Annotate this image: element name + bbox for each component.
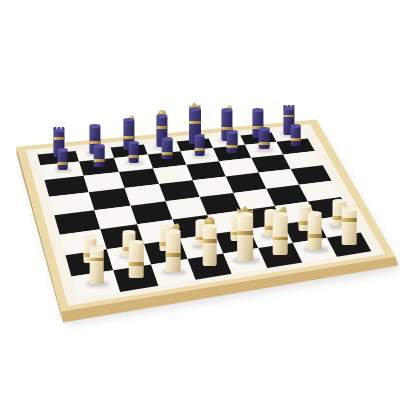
gold-band: [290, 138, 301, 141]
piece-body: [290, 126, 301, 146]
piece-body: [94, 146, 105, 166]
piece-top-cap: [227, 130, 238, 134]
piece-body: [129, 242, 144, 278]
gold-band: [202, 239, 217, 243]
product-photo-scene: ♜♞♝♛♚♝♞♜♟♟♟♟♟♟♟♟♙♙♙♙♙♙♙♙♖♘♗♕♔♗♘♖: [0, 0, 400, 400]
gold-band: [194, 148, 205, 151]
gold-band: [89, 258, 104, 262]
gold-band: [166, 253, 181, 257]
piece-top-cap: [194, 134, 205, 138]
gold-band: [188, 121, 200, 124]
piece-top-cap: [89, 247, 104, 252]
gold-band: [57, 162, 68, 165]
piece-top-cap: [237, 212, 253, 217]
piece-body: [89, 249, 104, 284]
gold-band: [342, 218, 357, 222]
gold-band: [53, 137, 64, 140]
piece-body: [57, 150, 68, 170]
piece-top-cap: [253, 108, 264, 112]
piece-top-cap: [259, 127, 270, 131]
piece-body: [237, 215, 253, 261]
piece-body: [227, 132, 238, 152]
piece-top-cap: [123, 118, 134, 122]
piece-top-cap: [202, 224, 217, 229]
piece-top-cap: [166, 229, 181, 234]
gold-band: [128, 155, 139, 158]
piece-top-cap: [188, 107, 200, 111]
gold-band: [129, 262, 144, 266]
piece-body: [273, 215, 288, 256]
gold-band: [273, 237, 288, 241]
piece-top-cap: [290, 124, 301, 128]
gold-band: [157, 126, 168, 129]
gold-band: [227, 145, 238, 148]
piece-body: [259, 129, 270, 149]
gold-band: [162, 152, 173, 155]
piece-top-cap: [129, 240, 144, 245]
piece-top-cap: [123, 230, 136, 235]
piece-top-cap: [89, 124, 100, 128]
piece-top-cap: [53, 129, 64, 133]
piece-top-cap: [128, 141, 139, 145]
piece-body: [202, 226, 217, 267]
piece-top-cap: [342, 207, 357, 212]
piece-top-cap: [273, 212, 288, 217]
piece-top-cap: [94, 144, 105, 148]
piece-body: [128, 142, 139, 162]
piece-top-cap: [299, 204, 312, 209]
piece-top-cap: [157, 114, 168, 118]
piece-top-cap: [221, 108, 232, 112]
piece-body: [162, 139, 173, 159]
piece-body: [194, 136, 205, 156]
piece-top-cap: [57, 148, 68, 152]
gold-band: [259, 142, 270, 145]
gold-band: [284, 115, 295, 118]
gold-band: [237, 231, 253, 235]
piece-body: [342, 210, 357, 245]
gold-band: [94, 159, 105, 162]
gold-band: [307, 234, 322, 238]
piece-top-cap: [84, 235, 97, 240]
piece-top-cap: [332, 199, 345, 204]
piece-body: [307, 214, 322, 250]
piece-top-cap: [307, 211, 322, 216]
piece-top-cap: [284, 106, 295, 110]
piece-top-cap: [162, 137, 173, 141]
gold-band: [221, 127, 232, 130]
gold-band: [123, 136, 134, 139]
piece-body: [166, 232, 181, 273]
